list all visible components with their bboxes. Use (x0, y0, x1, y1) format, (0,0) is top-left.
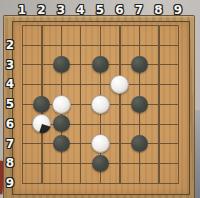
left-coord-label-3: 3 (6, 59, 14, 71)
black-stone (131, 96, 148, 113)
game-screenshot: 12345678923456789 (0, 0, 200, 198)
left-coord-label-9: 9 (6, 177, 14, 189)
top-coord-label-4: 4 (76, 4, 84, 16)
left-coord-label-8: 8 (6, 157, 14, 169)
top-coord-label-1: 1 (18, 4, 26, 16)
black-stone (131, 135, 148, 152)
left-coord-label-6: 6 (6, 118, 14, 130)
top-coord-label-5: 5 (96, 4, 104, 16)
black-stone (92, 155, 109, 172)
black-stone (53, 135, 70, 152)
top-coord-label-8: 8 (154, 4, 162, 16)
white-stone (110, 75, 129, 94)
white-stone (52, 95, 71, 114)
top-coord-label-2: 2 (37, 4, 45, 16)
white-stone (91, 95, 110, 114)
left-coord-label-5: 5 (6, 98, 14, 110)
top-coord-label-3: 3 (57, 4, 65, 16)
black-stone (53, 115, 70, 132)
stones-layer (12, 15, 188, 193)
black-stone (131, 56, 148, 73)
top-coord-label-6: 6 (115, 4, 123, 16)
black-stone (53, 56, 70, 73)
black-wedge-marker (39, 124, 50, 135)
black-stone (92, 56, 109, 73)
white-stone (91, 134, 110, 153)
left-coord-label-2: 2 (6, 39, 14, 51)
top-coord-label-7: 7 (135, 4, 143, 16)
left-coord-label-7: 7 (6, 138, 14, 150)
top-coord-label-9: 9 (174, 4, 182, 16)
black-stone (33, 96, 50, 113)
white-stone (32, 114, 51, 133)
left-coord-label-4: 4 (6, 78, 14, 90)
